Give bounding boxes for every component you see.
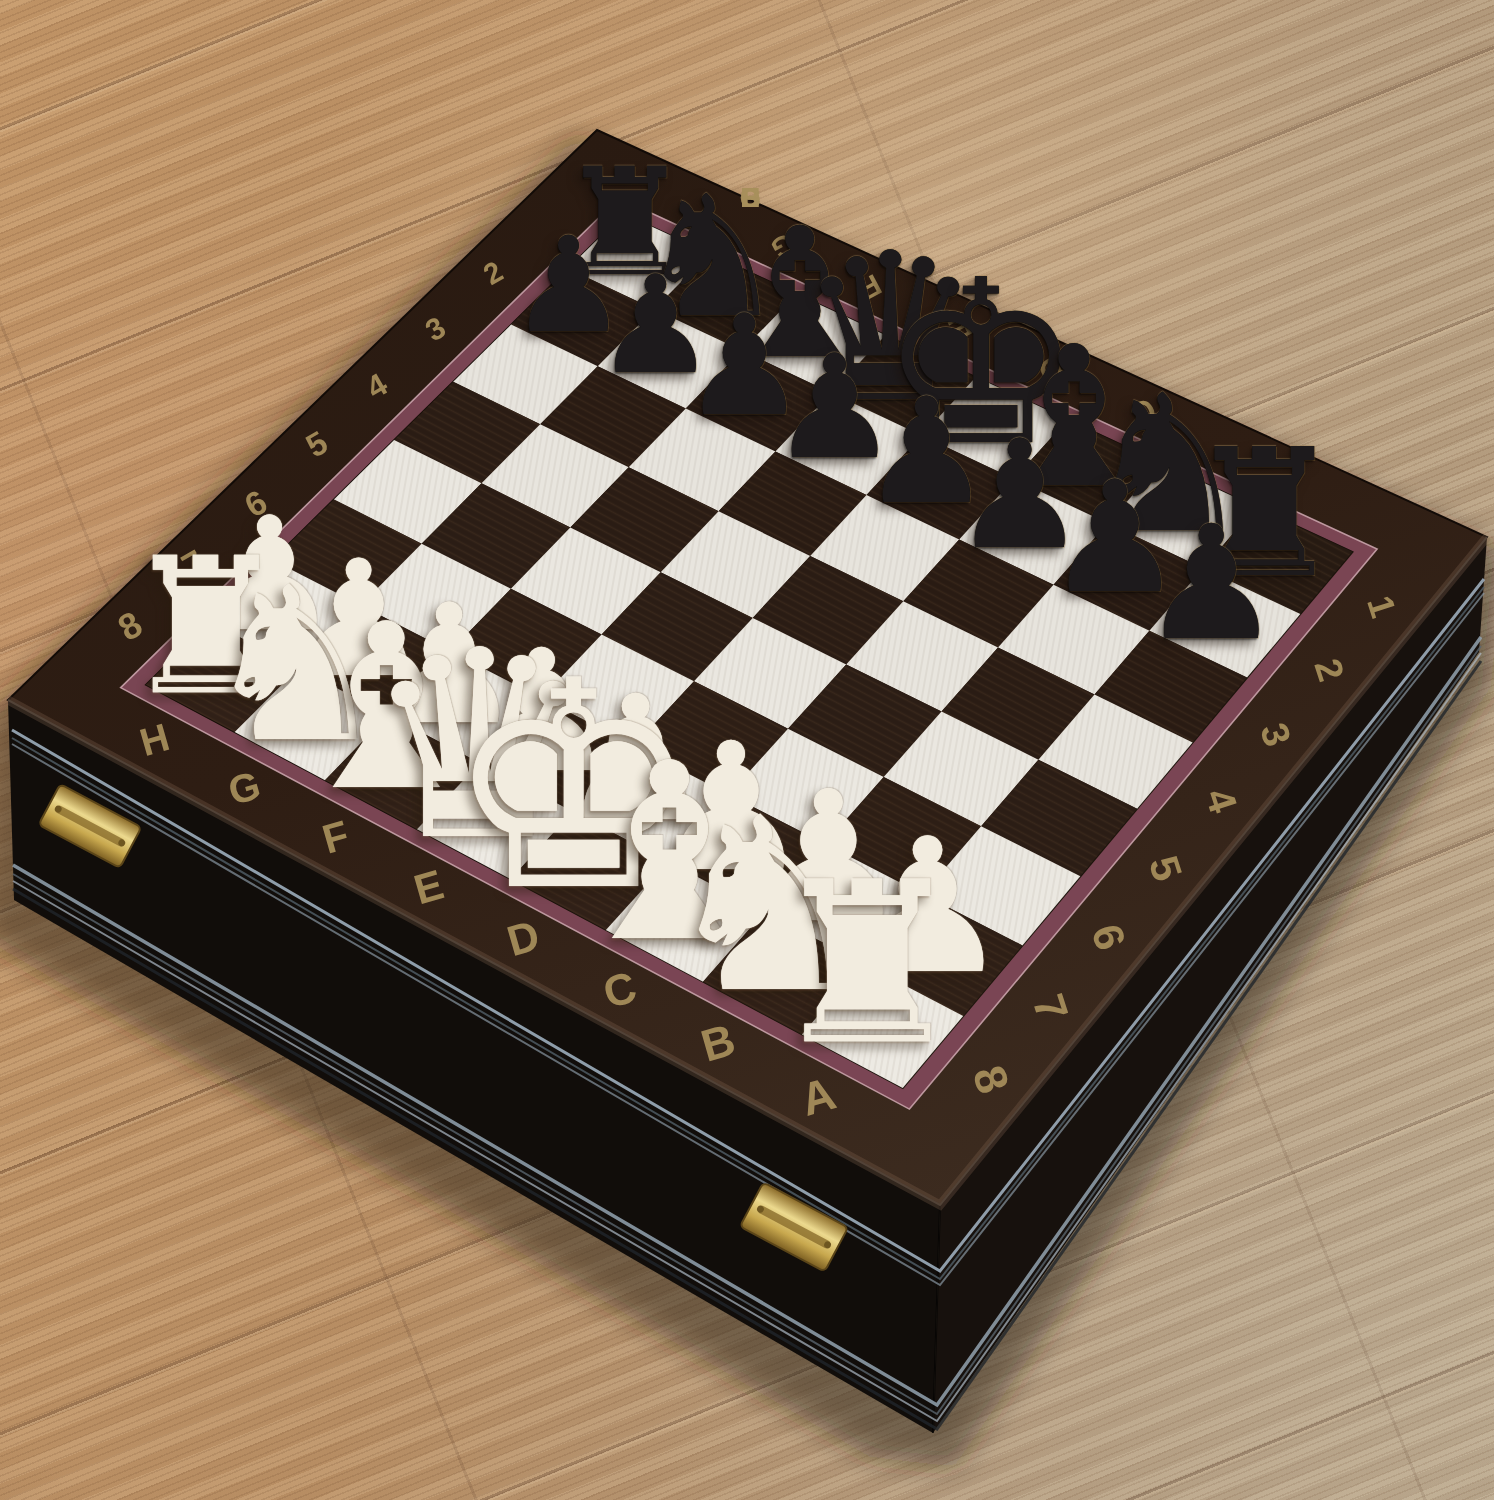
piece-white-rook-a8[interactable]: ♜ [767,854,967,1077]
piece-black-pawn-a2[interactable]: ♟ [1140,504,1282,662]
photo-scene: 234567812345678HGFEDCBHGFEDCBAGFEDC ♜♞♟♝… [0,0,1494,1500]
